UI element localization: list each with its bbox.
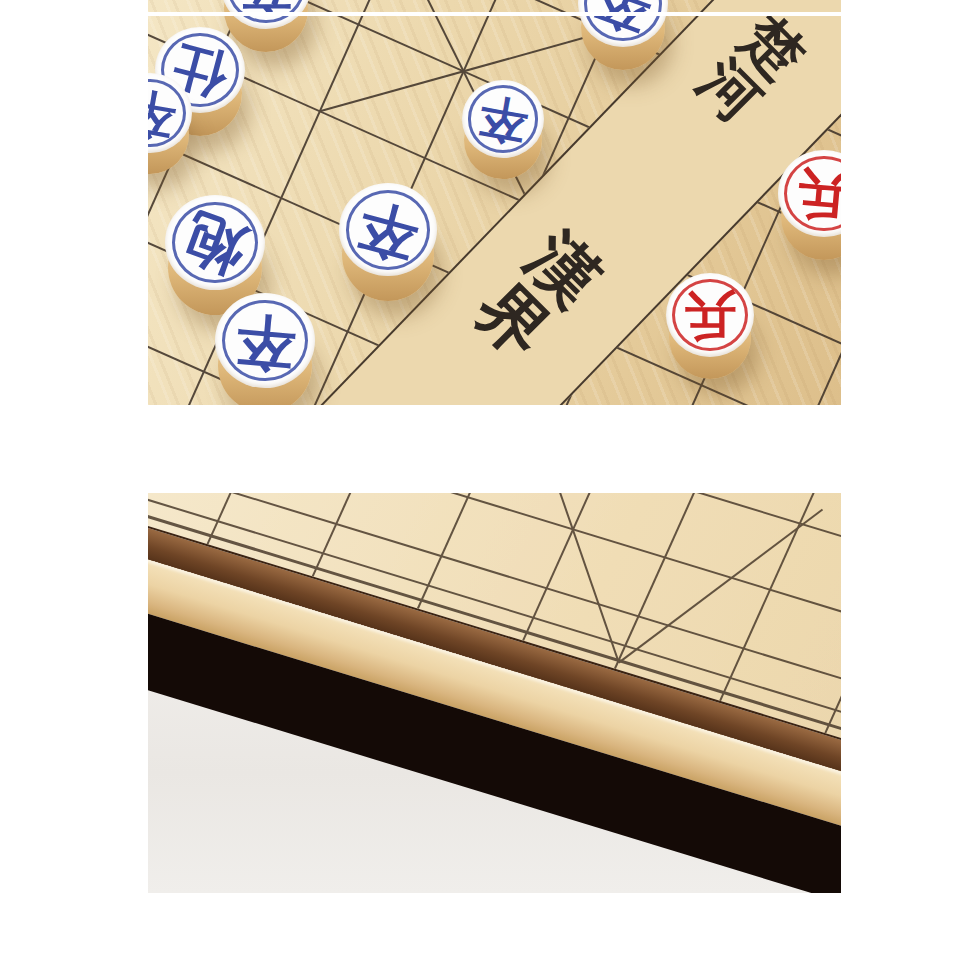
piece-character: 兵 [684,280,736,350]
xiangqi-piece-blue: 卒 [339,183,437,301]
product-photo-open-board[interactable]: 楚 河 漢 界 卒仕卒卒卒炮卒卒兵兵 [148,0,841,405]
xiangqi-piece-blue: 卒 [462,80,544,178]
xiangqi-piece-blue: 卒 [148,73,192,174]
xiangqi-piece-blue: 卒 [215,293,315,405]
piece-face: 卒 [462,80,544,158]
xiangqi-piece-blue: 卒 [578,0,668,69]
piece-character: 卒 [240,0,293,22]
piece-character: 卒 [232,298,298,383]
case-scene: 卒兵 [148,493,841,893]
xiangqi-piece-red: 兵 [778,150,841,260]
xiangqi-piece-red: 兵 [666,273,754,379]
piece-face: 兵 [666,273,754,357]
piece-character: 炮 [174,195,257,290]
piece-face: 卒 [339,183,437,276]
piece-character: 兵 [794,155,841,232]
piece-face: 卒 [215,293,315,388]
piece-face: 炮 [165,195,265,290]
photo-seam-line [148,12,841,16]
product-photo-folded-case[interactable]: 卒兵 [148,493,841,893]
product-page: { "game": "xiangqi", "position": { "view… [0,0,966,966]
